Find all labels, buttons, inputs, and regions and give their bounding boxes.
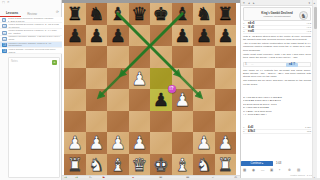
refresh-icon[interactable]: ⟳ [56, 10, 59, 14]
square-h7[interactable]: ♟ [215, 25, 237, 47]
piece-white-rook[interactable]: ♜ [64, 154, 86, 176]
piece-black-queen[interactable]: ♛ [129, 3, 151, 25]
notes-label: Notes [11, 60, 18, 63]
variation-lines: a) 4.d3 Nf6 5.dxe4 Nxe4 6.Nf3 Bc57.Qe2 B… [243, 96, 311, 116]
square-c4[interactable] [107, 89, 129, 111]
piece-black-king[interactable]: ♚ [150, 3, 172, 25]
forward-icon[interactable]: ▸ [253, 1, 255, 5]
piece-black-pawn[interactable]: ♟ [64, 25, 86, 47]
piece-black-rook[interactable]: ♜ [64, 3, 86, 25]
square-d2[interactable]: ♟ [129, 132, 151, 154]
piece-white-pawn[interactable]: ♟ [107, 132, 129, 154]
square-d3[interactable] [129, 111, 151, 133]
square-a2[interactable]: ♟ [64, 132, 86, 154]
square-f7[interactable]: ♟ [172, 25, 194, 47]
status-text: Master games · 2 148 › [290, 174, 314, 176]
window-close-icon[interactable]: ✕ [7, 1, 10, 4]
notes-card[interactable]: Notes + [8, 57, 60, 178]
square-a3[interactable] [64, 111, 86, 133]
sidebar-tabs: Lessons Review [0, 9, 62, 17]
square-d7[interactable] [129, 25, 151, 47]
interesting-move-glyph: !? [168, 85, 176, 93]
square-g8[interactable]: ♞ [193, 3, 215, 25]
variation-line: ( 4...bxc6 5.Bc4 Nf6 ) [243, 113, 311, 116]
move-row[interactable]: 2.4.Nc3873 [243, 130, 311, 134]
timer-label: 1:03 [276, 162, 281, 165]
square-a5[interactable] [64, 68, 86, 90]
footer-icon-3[interactable]: ▣ [270, 168, 273, 172]
moves-table: 1.e4 e5+0.22.f4 d5+0.13.exd5+0.3 [243, 22, 311, 34]
piece-black-knight[interactable]: ♞ [193, 3, 215, 25]
annotation-paragraph: With 2...d5 Black strikes back in the ce… [243, 35, 311, 41]
lesson-number-badge: 14 [2, 49, 7, 53]
square-d6[interactable] [129, 46, 151, 68]
piece-white-pawn[interactable]: ♟ [193, 132, 215, 154]
piece-black-bishop[interactable]: ♝ [107, 3, 129, 25]
back-icon[interactable]: ◂ [248, 1, 250, 5]
mt-mv: e4 e5 [248, 22, 297, 25]
analysis-panel: ≡ ◂ ▸ ▾ King's Gambit Declined Falkbeer … [240, 0, 320, 180]
annotation-paragraph: White must react precisely: both 4.d3 an… [243, 53, 311, 59]
square-d1[interactable]: ♛ [129, 154, 151, 176]
lesson-title: King's Gambit Accepted: overview and mov… [8, 49, 61, 54]
window-restore-icon[interactable]: ▢ [2, 1, 5, 4]
piece-black-pawn[interactable]: ♟ [150, 89, 172, 111]
square-g3[interactable] [193, 111, 215, 133]
lesson-number-badge: 9 [2, 18, 6, 22]
piece-white-king[interactable]: ♚ [150, 154, 172, 176]
square-h4[interactable] [215, 89, 237, 111]
square-f4[interactable]: ♟ [172, 89, 194, 111]
square-h6[interactable] [215, 46, 237, 68]
piece-white-bishop[interactable]: ♝ [172, 154, 194, 176]
square-g1[interactable]: ♞ [193, 154, 215, 176]
footer-icon-2[interactable]: — [261, 168, 264, 172]
mt-val: +0.2 [297, 22, 311, 25]
square-h2[interactable]: ♟ [215, 132, 237, 154]
square-c5[interactable] [107, 68, 129, 90]
scrollbar[interactable]: ▴ ▾ [312, 0, 317, 180]
piece-black-pawn[interactable]: ♟ [86, 25, 108, 47]
lesson-number-badge: 12 [2, 37, 7, 41]
mt-val: 873 [297, 130, 311, 133]
square-b3[interactable] [86, 111, 108, 133]
square-e4[interactable]: ♟ [150, 89, 172, 111]
square-a6[interactable] [64, 46, 86, 68]
square-e6[interactable] [150, 46, 172, 68]
lesson-item-14[interactable]: 14King's Gambit Accepted: overview and m… [0, 48, 62, 54]
square-f2[interactable] [172, 132, 194, 154]
piece-white-rook[interactable]: ♜ [215, 154, 237, 176]
mt-val: +0.1 [297, 26, 311, 29]
footer-icon-4[interactable]: ▪ [279, 168, 280, 172]
move-row[interactable]: 3.exd5+0.3 [243, 30, 311, 34]
square-a4[interactable] [64, 89, 86, 111]
square-h1[interactable]: ♜ [215, 154, 237, 176]
footer-icon-1[interactable]: ◉ [252, 168, 255, 172]
square-g5[interactable] [193, 68, 215, 90]
piece-white-pawn[interactable]: ♟ [172, 89, 194, 111]
knight-emblem-icon: ♞ [299, 11, 308, 20]
add-note-button[interactable]: + [52, 60, 57, 65]
annotation-paragraph: After 3.exd5 the critical continuation i… [243, 42, 311, 51]
square-g4[interactable] [193, 89, 215, 111]
piece-white-pawn[interactable]: ♟ [129, 132, 151, 154]
footer-icon-0[interactable]: ▦ [243, 168, 246, 172]
piece-white-knight[interactable]: ♞ [193, 154, 215, 176]
piece-black-rook[interactable]: ♜ [215, 3, 237, 25]
square-c3[interactable] [107, 111, 129, 133]
square-a8[interactable]: ♜ [64, 3, 86, 25]
square-c8[interactable]: ♝ [107, 3, 129, 25]
piece-white-pawn[interactable]: ♟ [64, 132, 86, 154]
bottom-edge-strip [62, 178, 320, 180]
square-h5[interactable] [215, 68, 237, 90]
piece-white-bishop[interactable]: ♝ [107, 154, 129, 176]
square-d8[interactable]: ♛ [129, 3, 151, 25]
square-e3[interactable] [150, 111, 172, 133]
square-b4[interactable] [86, 89, 108, 111]
lesson-number-badge: 11 [2, 31, 7, 35]
mt-mv: f4 d5 [248, 26, 297, 29]
dropdown-icon[interactable]: ▾ [308, 1, 310, 5]
chess-board[interactable]: ♜♞♝♛♚♝♞♜♟♟♟♟♟♟♟♟♟♟♟♟♟♟♟♜♞♝♛♚♝♞♜ [64, 3, 236, 175]
square-e1[interactable]: ♚ [150, 154, 172, 176]
piece-white-queen[interactable]: ♛ [129, 154, 151, 176]
piece-black-pawn[interactable]: ♟ [193, 25, 215, 47]
piece-white-pawn[interactable]: ♟ [129, 68, 151, 90]
square-e8[interactable]: ♚ [150, 3, 172, 25]
square-b8[interactable]: ♞ [86, 3, 108, 25]
lesson-number-badge: 13 [2, 43, 7, 47]
mt-mv: exd5 [248, 30, 297, 33]
square-e2[interactable] [150, 132, 172, 154]
square-f1[interactable]: ♝ [172, 154, 194, 176]
selected-move-row[interactable]: 3. … e4 !? [243, 62, 311, 67]
piece-black-pawn[interactable]: ♟ [107, 25, 129, 47]
chess-app-window: ▢ ✕ Lessons Review ⟳ 9King's Gambit Decl… [0, 0, 320, 180]
square-d5[interactable]: ♟ [129, 68, 151, 90]
lesson-list: 9King's Gambit Declined: Classical Varia… [0, 17, 62, 54]
footer-icon-6[interactable]: ▤ [297, 168, 300, 172]
square-b7[interactable]: ♟ [86, 25, 108, 47]
annotation-paragraph: The pawn on e4 restricts the g1-knight a… [243, 69, 311, 78]
annotation-text-top: With 2...d5 Black strikes back in the ce… [243, 35, 311, 60]
continue-button[interactable]: Continue ▸ [241, 161, 273, 166]
square-f6[interactable] [172, 46, 194, 68]
square-d4[interactable] [129, 89, 151, 111]
selected-move-dots: … [251, 63, 286, 66]
square-g6[interactable] [193, 46, 215, 68]
piece-black-knight[interactable]: ♞ [86, 3, 108, 25]
square-b1[interactable]: ♞ [86, 154, 108, 176]
square-f8[interactable]: ♝ [172, 3, 194, 25]
panel-footer-icons: ▦◉—▣▪⊕▤ [241, 167, 313, 173]
square-g2[interactable]: ♟ [193, 132, 215, 154]
square-c7[interactable]: ♟ [107, 25, 129, 47]
selected-move-pill[interactable]: e4 !? [286, 63, 298, 67]
piece-white-knight[interactable]: ♞ [86, 154, 108, 176]
square-a7[interactable]: ♟ [64, 25, 86, 47]
footer-icon-5[interactable]: ⊕ [288, 168, 291, 172]
square-c1[interactable]: ♝ [107, 154, 129, 176]
square-g7[interactable]: ♟ [193, 25, 215, 47]
piece-white-pawn[interactable]: ♟ [86, 132, 108, 154]
lesson-sidebar: ▢ ✕ Lessons Review ⟳ 9King's Gambit Decl… [0, 0, 62, 180]
analysis-toolbar: ≡ ◂ ▸ ▾ [241, 0, 313, 6]
mt-val: +0.3 [297, 30, 311, 33]
square-f3[interactable] [172, 111, 194, 133]
scroll-up-icon[interactable]: ▴ [314, 1, 316, 5]
square-h8[interactable]: ♜ [215, 3, 237, 25]
square-e7[interactable] [150, 25, 172, 47]
opening-header-card: King's Gambit Declined Falkbeer Counterg… [243, 7, 311, 21]
square-b5[interactable] [86, 68, 108, 90]
square-a1[interactable]: ♜ [64, 154, 86, 176]
piece-black-pawn[interactable]: ♟ [215, 25, 237, 47]
piece-black-pawn[interactable]: ♟ [172, 25, 194, 47]
square-b6[interactable] [86, 46, 108, 68]
annotation-paragraph: The bishops aim for c5/b4 and f5/g4, as … [243, 79, 311, 85]
lesson-number-badge: 10 [2, 24, 7, 28]
square-c6[interactable] [107, 46, 129, 68]
mt-mv: 4.Nc3 [248, 130, 297, 133]
piece-black-bishop[interactable]: ♝ [172, 3, 194, 25]
piece-white-pawn[interactable]: ♟ [215, 132, 237, 154]
annotation-text-bottom: The pawn on e4 restricts the g1-knight a… [243, 69, 311, 87]
mt-mv: 4.d3 [248, 126, 297, 129]
square-b2[interactable]: ♟ [86, 132, 108, 154]
menu-icon[interactable]: ≡ [243, 1, 245, 5]
square-c2[interactable]: ♟ [107, 132, 129, 154]
scrollbar-thumb[interactable] [314, 7, 318, 29]
square-h3[interactable] [215, 111, 237, 133]
candidate-moves-table: 1.4.d31 0242.4.Nc3873 [243, 126, 311, 134]
mt-val: 1 024 [297, 126, 311, 129]
